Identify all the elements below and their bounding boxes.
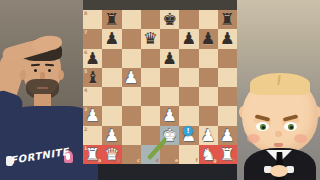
square-c5[interactable]: ♟ [122,68,141,87]
baby-iris-right [288,124,294,130]
baby-eye-right [284,122,297,131]
streamer-eye-right [48,69,51,72]
piece-black-pawn-g7[interactable]: ♟ [199,29,218,49]
square-b2[interactable]: ♟ [102,126,121,145]
piece-white-pawn-g2[interactable]: ♟ [199,126,218,146]
background-below-board [83,163,237,180]
piece-white-knight-g1[interactable]: ♞ [199,145,218,165]
square-a1[interactable]: 1a♜ [83,145,102,164]
baby-clasped-hands [270,165,288,177]
streamer-ear-left [20,70,26,80]
piece-white-pawn-e3[interactable]: ♟ [160,106,179,126]
square-h1[interactable]: h♜ [218,145,237,164]
square-e2[interactable]: ♚ [160,126,179,145]
baby-eye-left [256,122,269,131]
piece-black-rook-b8[interactable]: ♜ [102,10,121,30]
piece-white-rook-a1[interactable]: ♜ [83,145,102,165]
baby-cheek-left [247,134,260,143]
piece-white-pawn-b2[interactable]: ♟ [102,126,121,146]
square-g7[interactable]: ♟ [199,29,218,48]
piece-white-queen-b1[interactable]: ♛ [102,145,121,165]
square-a6[interactable]: 6♟ [83,49,102,68]
baby-nose [275,131,282,137]
baby-mouth [274,143,283,147]
piece-black-pawn-f7[interactable]: ♟ [179,29,198,49]
streamer-eye-left [34,69,37,72]
square-h2[interactable]: ♟ [218,126,237,145]
piece-black-pawn-a6[interactable]: ♟ [83,49,102,69]
piece-black-king-e8[interactable]: ♚ [160,10,179,30]
square-a5[interactable]: 5♝ [83,68,102,87]
piece-black-pawn-h7[interactable]: ♟ [218,29,237,49]
square-b7[interactable]: ♟ [102,29,121,48]
square-b1[interactable]: b♛ [102,145,121,164]
square-h7[interactable]: ♟ [218,29,237,48]
piece-white-king-e2[interactable]: ♚ [160,126,179,146]
piece-white-pawn-a3[interactable]: ♟ [83,106,102,126]
streamer-ear-right [58,70,64,80]
square-g1[interactable]: g♞ [199,145,218,164]
piece-black-rook-h8[interactable]: ♜ [218,10,237,30]
streamer-mouth [37,87,48,89]
square-g2[interactable]: ♟ [199,126,218,145]
piece-black-queen-d7[interactable]: ♛ [141,29,160,49]
square-e8[interactable]: ♚ [160,10,179,29]
square-e6[interactable]: ♟ [160,49,179,68]
square-b8[interactable]: ♜ [102,10,121,29]
chess-board[interactable]: 8♜♚♜7♟♛♟♟♟6♟♟5♝♟43♟♟2♟♚♟♟♟1a♜b♛cdefg♞h♜ … [83,10,237,164]
baby-cheek-right [294,134,307,143]
move-annotation-badge: ! [183,126,193,136]
piece-white-pawn-h2[interactable]: ♟ [218,126,237,146]
piece-white-rook-h1[interactable]: ♜ [218,145,237,165]
square-f7[interactable]: ♟ [179,29,198,48]
square-d7[interactable]: ♛ [141,29,160,48]
square-a3[interactable]: 3♟ [83,106,102,125]
piece-black-pawn-b7[interactable]: ♟ [102,29,121,49]
square-h8[interactable]: ♜ [218,10,237,29]
baby-iris-left [260,124,266,130]
piece-white-pawn-c5[interactable]: ♟ [122,68,141,88]
thumbnail-scene: FORTNITE 8♜♚♜7♟♛♟♟♟6♟♟5♝♟43♟♟2♟♚♟♟♟1a♜b♛… [0,0,320,180]
square-e3[interactable]: ♟ [160,106,179,125]
piece-black-pawn-e6[interactable]: ♟ [160,49,179,69]
piece-black-bishop-a5[interactable]: ♝ [83,68,102,88]
